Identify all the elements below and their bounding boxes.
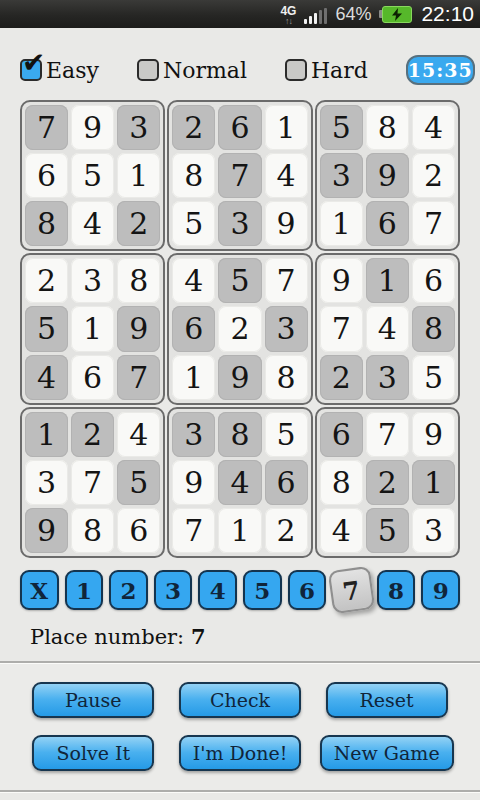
cell-r1c3-given[interactable]: 3 [117,105,160,150]
cell-r5c1-given[interactable]: 5 [25,306,68,351]
status-bar: 4G ↑↓ 64% 22:10 [0,0,480,28]
cell-r7c4-given[interactable]: 3 [172,412,215,457]
keypad-button-8[interactable]: 8 [377,570,416,610]
cell-r3c2[interactable]: 4 [71,201,114,246]
cell-r2c5-given[interactable]: 7 [218,153,261,198]
cell-r9c5[interactable]: 1 [218,508,261,553]
keypad-button-5[interactable]: 5 [243,570,282,610]
cell-r4c5-given[interactable]: 5 [218,258,261,303]
place-number-label: Place number: [30,625,184,649]
cell-r8c6-given[interactable]: 6 [265,460,308,505]
place-number-value: 7 [191,624,206,649]
signal-strength-icon [304,8,327,24]
cell-r1c5-given[interactable]: 6 [218,105,261,150]
cell-r7c8[interactable]: 7 [366,412,409,457]
checked-checkbox-icon[interactable]: ✔ [20,59,42,81]
keypad-button-x[interactable]: X [20,570,59,610]
clock-label: 22:10 [421,2,474,26]
difficulty-label: Normal [163,58,247,83]
cell-r5c9-given[interactable]: 8 [412,306,455,351]
cell-r6c8-given[interactable]: 3 [366,355,409,400]
cell-r8c3-given[interactable]: 5 [117,460,160,505]
cell-r3c5-given[interactable]: 3 [218,201,261,246]
keypad-button-6[interactable]: 6 [288,570,327,610]
cell-r7c5-given[interactable]: 8 [218,412,261,457]
cell-r2c9[interactable]: 2 [412,153,455,198]
cell-r5c4-given[interactable]: 6 [172,306,215,351]
cell-r1c9[interactable]: 4 [412,105,455,150]
cell-r6c4[interactable]: 1 [172,355,215,400]
keypad-button-2[interactable]: 2 [109,570,148,610]
cell-r9c8-given[interactable]: 5 [366,508,409,553]
cell-r7c1-given[interactable]: 1 [25,412,68,457]
cell-r2c4[interactable]: 8 [172,153,215,198]
unchecked-checkbox-icon[interactable] [285,59,307,81]
bottom-divider [0,790,480,793]
cell-r4c3[interactable]: 8 [117,258,160,303]
cell-r8c2[interactable]: 7 [71,460,114,505]
keypad-button-1[interactable]: 1 [65,570,104,610]
cell-r9c9[interactable]: 3 [412,508,455,553]
battery-icon [379,5,413,23]
action-panel: PauseCheckReset Solve ItI'm Done!New Gam… [0,664,480,790]
solve-it-button[interactable]: Solve It [32,735,154,771]
cell-r2c1[interactable]: 6 [25,153,68,198]
sudoku-board: 7936518422618745395843921672385194674576… [20,100,460,558]
cell-r3c1-given[interactable]: 8 [25,201,68,246]
sudoku-box-1: 793651842 [20,100,165,251]
cell-r9c3[interactable]: 6 [117,508,160,553]
network-indicator: 4G ↑↓ [280,5,296,26]
cell-r3c4[interactable]: 5 [172,201,215,246]
cell-r1c4-given[interactable]: 2 [172,105,215,150]
cell-r6c2[interactable]: 6 [71,355,114,400]
cell-r7c3[interactable]: 4 [117,412,160,457]
cell-r9c2[interactable]: 8 [71,508,114,553]
cell-r5c7[interactable]: 7 [320,306,363,351]
sudoku-box-4: 238519467 [20,253,165,404]
cell-r8c7[interactable]: 8 [320,460,363,505]
cell-r6c7-given[interactable]: 2 [320,355,363,400]
cell-r3c9[interactable]: 7 [412,201,455,246]
cell-r1c1-given[interactable]: 7 [25,105,68,150]
cell-r9c7[interactable]: 4 [320,508,363,553]
difficulty-normal-checkbox[interactable]: Normal [137,58,247,83]
cell-r1c2[interactable]: 9 [71,105,114,150]
cell-r1c6[interactable]: 1 [265,105,308,150]
i-m-done-button[interactable]: I'm Done! [179,735,302,771]
cell-r5c2[interactable]: 1 [71,306,114,351]
cell-r8c5-given[interactable]: 4 [218,460,261,505]
new-game-button[interactable]: New Game [320,735,454,771]
cell-r8c8-given[interactable]: 2 [366,460,409,505]
cell-r8c9-given[interactable]: 1 [412,460,455,505]
cell-r3c8-given[interactable]: 6 [366,201,409,246]
cell-r6c3-given[interactable]: 7 [117,355,160,400]
sudoku-box-3: 584392167 [315,100,460,251]
cell-r9c1-given[interactable]: 9 [25,508,68,553]
cell-r4c1[interactable]: 2 [25,258,68,303]
keypad-button-4[interactable]: 4 [198,570,237,610]
difficulty-hard-checkbox[interactable]: Hard [285,58,368,83]
cell-r9c6[interactable]: 2 [265,508,308,553]
battery-percent-label: 64% [335,4,371,25]
sudoku-box-5: 457623198 [167,253,312,404]
cell-r3c3-given[interactable]: 2 [117,201,160,246]
cell-r5c3-given[interactable]: 9 [117,306,160,351]
network-type-label: 4G [280,5,296,17]
cell-r6c9[interactable]: 5 [412,355,455,400]
keypad-button-7-selected[interactable]: 7 [328,566,375,615]
sudoku-box-9: 679821453 [315,407,460,558]
sudoku-box-2: 261874539 [167,100,312,251]
cell-r4c9[interactable]: 6 [412,258,455,303]
cell-r6c6[interactable]: 8 [265,355,308,400]
check-button[interactable]: Check [179,682,301,718]
cell-r7c7-given[interactable]: 6 [320,412,363,457]
cell-r2c7-given[interactable]: 3 [320,153,363,198]
reset-button[interactable]: Reset [326,682,448,718]
cell-r8c4[interactable]: 9 [172,460,215,505]
timer-button[interactable]: 15:35 [406,55,475,85]
cell-r2c8-given[interactable]: 9 [366,153,409,198]
cell-r4c4[interactable]: 4 [172,258,215,303]
cell-r4c8-given[interactable]: 1 [366,258,409,303]
cell-r3c7[interactable]: 1 [320,201,363,246]
cell-r2c6[interactable]: 4 [265,153,308,198]
cell-r4c2[interactable]: 3 [71,258,114,303]
pause-button[interactable]: Pause [32,682,154,718]
data-activity-arrows-icon: ↑↓ [285,17,292,26]
difficulty-label: Easy [46,58,99,83]
sudoku-box-8: 385946712 [167,407,312,558]
difficulty-label: Hard [311,58,368,83]
keypad-button-9[interactable]: 9 [421,570,460,610]
cell-r7c6[interactable]: 5 [265,412,308,457]
cell-r6c1-given[interactable]: 4 [25,355,68,400]
cell-r4c7[interactable]: 9 [320,258,363,303]
sudoku-box-7: 124375986 [20,407,165,558]
keypad-button-3[interactable]: 3 [154,570,193,610]
sudoku-box-6: 916748235 [315,253,460,404]
charging-bolt-icon [391,8,403,21]
difficulty-group: ✔EasyNormalHard 15:35 [20,52,460,88]
cell-r9c4[interactable]: 7 [172,508,215,553]
cell-r5c6-given[interactable]: 3 [265,306,308,351]
cell-r1c8[interactable]: 8 [366,105,409,150]
cell-r5c8[interactable]: 4 [366,306,409,351]
cell-r7c2-given[interactable]: 2 [71,412,114,457]
cell-r4c6[interactable]: 7 [265,258,308,303]
cell-r3c6[interactable]: 9 [265,201,308,246]
place-number-status: Place number: 7 [30,624,206,649]
unchecked-checkbox-icon[interactable] [137,59,159,81]
difficulty-easy-checkbox[interactable]: ✔Easy [20,58,99,83]
number-pad: X123456789 [20,570,460,612]
cell-r8c1[interactable]: 3 [25,460,68,505]
cell-r7c9[interactable]: 9 [412,412,455,457]
cell-r5c5[interactable]: 2 [218,306,261,351]
cell-r6c5-given[interactable]: 9 [218,355,261,400]
cell-r2c2[interactable]: 5 [71,153,114,198]
cell-r1c7-given[interactable]: 5 [320,105,363,150]
cell-r2c3[interactable]: 1 [117,153,160,198]
